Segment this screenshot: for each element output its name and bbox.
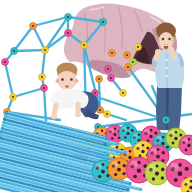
ball-highlight [133,133,138,138]
connector-node-hole [111,52,113,54]
connector-node-hole [12,96,14,98]
fort-connectors-front [163,117,170,124]
scene-svg [0,0,192,192]
toddler-hand-left [51,114,57,120]
ball-hole [178,163,182,167]
ball-hole [185,149,188,152]
ball-hole [154,132,157,135]
ball-hole [185,167,189,171]
connector-node-hole [83,44,85,46]
boy-eye-right [168,38,170,40]
ball-hole [128,156,131,159]
ball-hole [101,130,103,132]
connector-node-hole [67,32,69,34]
ball-hole [114,128,116,130]
boy-hand-left [155,49,161,55]
connector-node-hole [94,92,96,94]
connector-node-hole [122,92,124,94]
ball-hole [101,170,105,174]
ball-hole [122,172,125,175]
connector-node-hole [43,87,45,89]
connector-node-hole [99,109,101,111]
ball-hole [178,171,183,176]
ball-hole [137,161,140,164]
ball-hole [142,144,145,147]
connector-node-hole [107,68,109,70]
ball-hole [123,164,126,167]
ball-highlight [130,161,137,168]
ball-highlight [169,131,175,137]
toddler-eye-left [61,78,64,81]
ball-hole [162,136,165,139]
ball-hole [179,134,182,137]
ball-highlight [112,161,118,167]
ball-highlight [136,144,142,150]
connector-node-hole [41,76,43,78]
connector-node-hole [67,16,69,18]
connector-node-hole [13,50,15,52]
ball-hole [155,164,158,167]
ball-hole [152,177,155,180]
ball-hole [111,137,114,140]
toddler-eye-right [70,78,73,81]
ball-hole [113,133,116,136]
boy-ear-right [172,39,176,43]
ball-hole [138,134,140,136]
connector-node-hole [32,25,34,27]
ball-hole [117,168,121,172]
connector-node-hole [127,66,129,68]
ball-hole [174,178,178,182]
ball-hole [166,146,169,149]
ball-hole [157,148,160,151]
connector-node-hole [165,119,167,121]
ball-hole [129,150,132,153]
boy-teeth [164,45,167,46]
boy-ear-left [157,39,161,43]
toddler-ear-right [75,79,79,83]
ball-hole [155,172,159,176]
ball-highlight [151,148,157,154]
connector-node-hole [126,54,128,56]
toddler-hand-right [75,112,81,118]
toddler-arm-left [54,105,56,115]
ball-hole [174,137,177,140]
toddler-ear-left [56,79,60,83]
ball-highlight [156,136,162,142]
connector-node-hole [4,61,6,63]
connector-node-hole [98,78,100,80]
connector-node-hole [137,46,139,48]
boy-eye-left [162,38,164,40]
ball-hole [114,173,117,176]
ball-hole [156,155,160,159]
connector-node-hole [106,113,108,115]
ball-hole [161,142,164,145]
product-photo [0,0,192,192]
ball-hole [141,150,144,153]
ball-hole [133,175,137,179]
boy-hand-right [168,47,174,53]
connector-node-hole [132,61,134,63]
ball-hole [149,135,152,138]
ball-highlight [96,163,102,169]
ball-hole [188,138,191,141]
ball-hole [175,131,178,134]
boy-button-2 [166,67,168,69]
boy-button-3 [166,75,168,77]
ball-hole [187,144,190,147]
ball-hole [98,175,101,178]
ball-hole [131,129,134,132]
ball-hole [118,161,121,164]
connector-node-hole [44,49,46,51]
connector-node-hole [110,77,112,79]
ball-highlight [184,180,190,186]
ball-hole [172,142,175,145]
ball-hole [126,132,129,135]
connector-node-hole [102,21,104,23]
ball-hole [161,176,164,179]
fort-rod [99,79,100,110]
fort-rod [14,50,45,51]
toddler-mouth [65,85,69,87]
ball-highlight [109,127,114,132]
ball-hole [116,146,119,149]
ball-highlight [144,129,150,135]
ball-highlight [149,164,156,171]
ball-highlight [171,163,179,171]
ball-hole [127,127,129,129]
ball-hole [162,151,165,154]
ball-highlight [182,138,188,144]
ball-hole [161,168,165,172]
ball-highlight [122,126,127,131]
ball-highlight [96,129,101,134]
ball-hole [102,163,105,166]
ball-hole [150,129,153,132]
ball-hole [124,136,127,139]
boy-button-1 [166,59,168,61]
ball-hole [137,168,141,172]
boy-jeans [156,86,182,133]
